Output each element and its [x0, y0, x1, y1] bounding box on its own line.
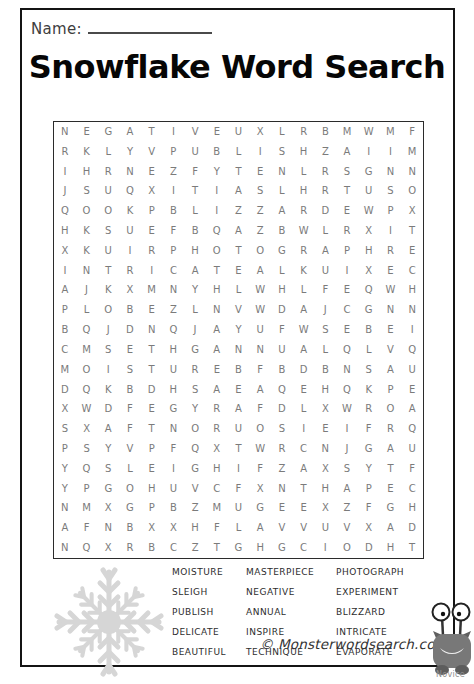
grid-cell[interactable]: M [336, 122, 358, 142]
grid-cell[interactable]: L [271, 181, 293, 201]
grid-cell[interactable]: E [141, 399, 163, 419]
grid-cell[interactable]: Z [249, 201, 271, 221]
grid-cell[interactable]: S [271, 419, 293, 439]
grid-cell[interactable]: D [401, 518, 423, 538]
grid-cell[interactable]: R [293, 241, 315, 261]
grid-cell[interactable]: J [336, 439, 358, 459]
grid-cell[interactable]: N [401, 300, 423, 320]
grid-cell[interactable]: Z [314, 142, 336, 162]
grid-cell[interactable]: Q [336, 340, 358, 360]
grid-cell[interactable]: H [293, 142, 315, 162]
grid-cell[interactable]: I [119, 241, 141, 261]
grid-cell[interactable]: U [314, 518, 336, 538]
grid-cell[interactable]: N [314, 439, 336, 459]
grid-cell[interactable]: O [97, 201, 119, 221]
grid-cell[interactable]: Z [184, 538, 206, 558]
grid-cell[interactable]: Q [163, 320, 185, 340]
grid-cell[interactable]: F [271, 320, 293, 340]
grid-cell[interactable]: G [271, 538, 293, 558]
grid-cell[interactable]: F [119, 419, 141, 439]
grid-cell[interactable]: E [141, 459, 163, 479]
grid-cell[interactable]: E [76, 122, 98, 142]
grid-cell[interactable]: O [401, 181, 423, 201]
grid-cell[interactable]: D [141, 380, 163, 400]
grid-cell[interactable]: A [119, 122, 141, 142]
grid-cell[interactable]: E [380, 479, 402, 499]
grid-cell[interactable]: I [249, 142, 271, 162]
grid-cell[interactable]: F [163, 221, 185, 241]
grid-cell[interactable]: H [206, 459, 228, 479]
grid-cell[interactable]: Q [206, 221, 228, 241]
grid-cell[interactable]: Q [271, 380, 293, 400]
grid-cell[interactable]: W [293, 221, 315, 241]
grid-cell[interactable]: N [141, 320, 163, 340]
grid-cell[interactable]: W [380, 281, 402, 301]
grid-cell[interactable]: G [358, 162, 380, 182]
grid-cell[interactable]: E [206, 122, 228, 142]
grid-cell[interactable]: R [358, 399, 380, 419]
grid-cell[interactable]: F [119, 399, 141, 419]
grid-cell[interactable]: Y [358, 459, 380, 479]
grid-cell[interactable]: E [336, 320, 358, 340]
grid-cell[interactable]: Q [401, 419, 423, 439]
grid-cell[interactable]: E [119, 340, 141, 360]
grid-cell[interactable]: J [54, 181, 76, 201]
grid-cell[interactable]: K [76, 241, 98, 261]
grid-cell[interactable]: T [141, 340, 163, 360]
grid-cell[interactable]: W [76, 399, 98, 419]
grid-cell[interactable]: T [228, 439, 250, 459]
grid-cell[interactable]: I [336, 419, 358, 439]
grid-cell[interactable]: C [401, 479, 423, 499]
grid-cell[interactable]: Z [184, 499, 206, 519]
grid-cell[interactable]: H [249, 538, 271, 558]
grid-cell[interactable]: R [293, 122, 315, 142]
grid-cell[interactable]: P [380, 380, 402, 400]
grid-cell[interactable]: G [271, 241, 293, 261]
grid-cell[interactable]: I [54, 162, 76, 182]
grid-cell[interactable]: L [293, 281, 315, 301]
grid-cell[interactable]: O [97, 300, 119, 320]
grid-cell[interactable]: Z [163, 162, 185, 182]
grid-cell[interactable]: H [271, 281, 293, 301]
grid-cell[interactable]: M [206, 499, 228, 519]
grid-cell[interactable]: C [293, 538, 315, 558]
grid-cell[interactable]: L [358, 340, 380, 360]
grid-cell[interactable]: D [293, 360, 315, 380]
grid-cell[interactable]: Q [358, 281, 380, 301]
grid-cell[interactable]: H [401, 281, 423, 301]
grid-cell[interactable]: V [119, 439, 141, 459]
grid-cell[interactable]: D [314, 201, 336, 221]
grid-cell[interactable]: G [358, 300, 380, 320]
grid-cell[interactable]: X [314, 499, 336, 519]
grid-cell[interactable]: Z [163, 300, 185, 320]
grid-cell[interactable]: L [184, 300, 206, 320]
grid-cell[interactable]: N [163, 419, 185, 439]
grid-cell[interactable]: I [293, 419, 315, 439]
grid-cell[interactable]: F [206, 518, 228, 538]
grid-cell[interactable]: I [97, 360, 119, 380]
grid-cell[interactable]: P [54, 300, 76, 320]
grid-cell[interactable]: E [314, 419, 336, 439]
grid-cell[interactable]: Z [228, 201, 250, 221]
grid-cell[interactable]: M [380, 122, 402, 142]
grid-cell[interactable]: N [336, 360, 358, 380]
grid-cell[interactable]: R [206, 419, 228, 439]
grid-cell[interactable]: I [163, 181, 185, 201]
grid-cell[interactable]: I [336, 261, 358, 281]
grid-cell[interactable]: V [141, 142, 163, 162]
grid-cell[interactable]: H [358, 241, 380, 261]
grid-cell[interactable]: E [141, 221, 163, 241]
grid-cell[interactable]: H [293, 181, 315, 201]
grid-cell[interactable]: A [249, 380, 271, 400]
grid-cell[interactable]: E [271, 499, 293, 519]
grid-cell[interactable]: T [401, 221, 423, 241]
grid-cell[interactable]: O [336, 538, 358, 558]
grid-cell[interactable]: G [249, 499, 271, 519]
grid-cell[interactable]: D [54, 380, 76, 400]
grid-cell[interactable]: V [293, 518, 315, 538]
grid-cell[interactable]: A [293, 300, 315, 320]
grid-cell[interactable]: L [228, 142, 250, 162]
grid-cell[interactable]: Y [54, 479, 76, 499]
grid-cell[interactable]: R [314, 181, 336, 201]
grid-cell[interactable]: C [293, 439, 315, 459]
grid-cell[interactable]: R [141, 241, 163, 261]
grid-cell[interactable]: R [97, 162, 119, 182]
grid-cell[interactable]: U [97, 181, 119, 201]
grid-cell[interactable]: P [163, 241, 185, 261]
grid-cell[interactable]: B [184, 221, 206, 241]
grid-cell[interactable]: X [358, 518, 380, 538]
grid-cell[interactable]: R [119, 261, 141, 281]
grid-cell[interactable]: N [271, 479, 293, 499]
grid-cell[interactable]: A [271, 201, 293, 221]
grid-cell[interactable]: M [76, 340, 98, 360]
grid-cell[interactable]: B [206, 142, 228, 162]
grid-cell[interactable]: A [380, 518, 402, 538]
grid-cell[interactable]: Q [401, 340, 423, 360]
grid-cell[interactable]: W [249, 439, 271, 459]
grid-cell[interactable]: P [380, 201, 402, 221]
grid-cell[interactable]: G [97, 122, 119, 142]
grid-cell[interactable]: O [184, 419, 206, 439]
grid-cell[interactable]: E [206, 360, 228, 380]
grid-cell[interactable]: F [228, 479, 250, 499]
grid-cell[interactable]: O [249, 419, 271, 439]
grid-cell[interactable]: T [184, 181, 206, 201]
grid-cell[interactable]: I [206, 201, 228, 221]
grid-cell[interactable]: C [401, 261, 423, 281]
grid-cell[interactable]: R [314, 162, 336, 182]
grid-cell[interactable]: N [380, 300, 402, 320]
grid-cell[interactable]: B [119, 300, 141, 320]
grid-cell[interactable]: U [228, 419, 250, 439]
grid-cell[interactable]: D [271, 399, 293, 419]
grid-cell[interactable]: H [141, 479, 163, 499]
grid-cell[interactable]: A [314, 241, 336, 261]
grid-cell[interactable]: L [97, 142, 119, 162]
grid-cell[interactable]: N [54, 122, 76, 142]
grid-cell[interactable]: E [293, 499, 315, 519]
grid-cell[interactable]: H [76, 162, 98, 182]
grid-cell[interactable]: E [228, 380, 250, 400]
grid-cell[interactable]: I [206, 181, 228, 201]
grid-cell[interactable]: O [249, 241, 271, 261]
grid-cell[interactable]: C [163, 261, 185, 281]
grid-cell[interactable]: T [206, 261, 228, 281]
grid-cell[interactable]: T [228, 241, 250, 261]
grid-cell[interactable]: X [249, 479, 271, 499]
grid-cell[interactable]: S [271, 142, 293, 162]
grid-cell[interactable]: T [401, 538, 423, 558]
grid-cell[interactable]: N [54, 538, 76, 558]
grid-cell[interactable]: L [76, 300, 98, 320]
grid-cell[interactable]: B [358, 320, 380, 340]
grid-cell[interactable]: T [336, 181, 358, 201]
grid-cell[interactable]: Q [76, 320, 98, 340]
grid-cell[interactable]: A [336, 479, 358, 499]
grid-cell[interactable]: N [76, 261, 98, 281]
grid-cell[interactable]: X [358, 221, 380, 241]
grid-cell[interactable]: X [358, 261, 380, 281]
grid-cell[interactable]: Q [184, 439, 206, 459]
grid-cell[interactable]: A [380, 439, 402, 459]
grid-cell[interactable]: O [206, 241, 228, 261]
grid-cell[interactable]: U [163, 360, 185, 380]
grid-cell[interactable]: H [163, 340, 185, 360]
grid-cell[interactable]: P [54, 439, 76, 459]
grid-cell[interactable]: R [293, 201, 315, 221]
grid-cell[interactable]: S [97, 221, 119, 241]
grid-cell[interactable]: H [184, 241, 206, 261]
grid-cell[interactable]: A [401, 399, 423, 419]
grid-cell[interactable]: F [249, 459, 271, 479]
grid-cell[interactable]: B [314, 122, 336, 142]
grid-cell[interactable]: G [228, 538, 250, 558]
grid-cell[interactable]: S [358, 360, 380, 380]
grid-cell[interactable]: E [401, 380, 423, 400]
grid-cell[interactable]: P [336, 241, 358, 261]
grid-cell[interactable]: X [76, 419, 98, 439]
grid-cell[interactable]: F [401, 122, 423, 142]
grid-cell[interactable]: E [336, 201, 358, 221]
grid-cell[interactable]: O [76, 360, 98, 380]
grid-cell[interactable]: I [54, 261, 76, 281]
grid-cell[interactable]: A [206, 320, 228, 340]
grid-cell[interactable]: U [119, 221, 141, 241]
grid-cell[interactable]: C [206, 479, 228, 499]
grid-cell[interactable]: K [97, 380, 119, 400]
grid-cell[interactable]: S [97, 459, 119, 479]
grid-cell[interactable]: D [271, 300, 293, 320]
grid-cell[interactable]: U [228, 122, 250, 142]
grid-cell[interactable]: U [314, 261, 336, 281]
grid-cell[interactable]: Z [336, 499, 358, 519]
grid-cell[interactable]: F [249, 399, 271, 419]
grid-cell[interactable]: X [97, 499, 119, 519]
grid-cell[interactable]: Y [206, 162, 228, 182]
grid-cell[interactable]: U [249, 320, 271, 340]
grid-cell[interactable]: T [141, 122, 163, 142]
grid-cell[interactable]: P [141, 499, 163, 519]
grid-cell[interactable]: J [76, 281, 98, 301]
grid-cell[interactable]: M [54, 360, 76, 380]
grid-cell[interactable]: L [314, 221, 336, 241]
grid-cell[interactable]: N [119, 162, 141, 182]
grid-cell[interactable]: A [380, 360, 402, 380]
grid-cell[interactable]: H [54, 221, 76, 241]
grid-cell[interactable]: P [358, 479, 380, 499]
grid-cell[interactable]: Q [54, 201, 76, 221]
grid-cell[interactable]: L [184, 201, 206, 221]
grid-cell[interactable]: T [206, 538, 228, 558]
grid-cell[interactable]: I [380, 221, 402, 241]
grid-cell[interactable]: A [206, 340, 228, 360]
grid-cell[interactable]: U [401, 360, 423, 380]
grid-cell[interactable]: N [380, 162, 402, 182]
grid-cell[interactable]: H [380, 538, 402, 558]
grid-cell[interactable]: F [358, 499, 380, 519]
grid-cell[interactable]: C [163, 538, 185, 558]
grid-cell[interactable]: W [293, 320, 315, 340]
grid-cell[interactable]: R [119, 538, 141, 558]
grid-cell[interactable]: R [206, 399, 228, 419]
grid-cell[interactable]: F [358, 419, 380, 439]
grid-cell[interactable]: Q [76, 380, 98, 400]
grid-cell[interactable]: V [271, 518, 293, 538]
grid-cell[interactable]: R [184, 360, 206, 380]
grid-cell[interactable]: H [184, 518, 206, 538]
grid-cell[interactable]: E [249, 162, 271, 182]
grid-cell[interactable]: M [401, 142, 423, 162]
grid-cell[interactable]: O [119, 479, 141, 499]
grid-cell[interactable]: F [184, 162, 206, 182]
grid-cell[interactable]: W [249, 281, 271, 301]
grid-cell[interactable]: Z [249, 221, 271, 241]
grid-cell[interactable]: A [336, 142, 358, 162]
grid-cell[interactable]: H [401, 499, 423, 519]
grid-cell[interactable]: I [228, 459, 250, 479]
grid-cell[interactable]: P [141, 439, 163, 459]
grid-cell[interactable]: R [336, 221, 358, 241]
grid-cell[interactable]: K [76, 221, 98, 241]
grid-cell[interactable]: Q [76, 538, 98, 558]
grid-cell[interactable]: P [163, 142, 185, 162]
grid-cell[interactable]: S [336, 459, 358, 479]
grid-cell[interactable]: W [336, 399, 358, 419]
grid-cell[interactable]: U [358, 181, 380, 201]
grid-cell[interactable]: X [119, 281, 141, 301]
grid-cell[interactable]: B [228, 360, 250, 380]
grid-cell[interactable]: X [54, 241, 76, 261]
grid-cell[interactable]: U [163, 479, 185, 499]
grid-cell[interactable]: D [97, 399, 119, 419]
grid-cell[interactable]: X [163, 518, 185, 538]
grid-cell[interactable]: K [97, 281, 119, 301]
grid-cell[interactable]: K [293, 261, 315, 281]
grid-cell[interactable]: H [163, 380, 185, 400]
grid-cell[interactable]: D [358, 538, 380, 558]
grid-cell[interactable]: E [336, 281, 358, 301]
grid-cell[interactable]: I [163, 122, 185, 142]
grid-cell[interactable]: T [141, 360, 163, 380]
grid-cell[interactable]: P [141, 201, 163, 221]
grid-cell[interactable]: O [380, 399, 402, 419]
grid-cell[interactable]: G [97, 479, 119, 499]
grid-cell[interactable]: L [314, 340, 336, 360]
grid-cell[interactable]: I [380, 142, 402, 162]
grid-cell[interactable]: T [97, 261, 119, 281]
grid-cell[interactable]: E [141, 300, 163, 320]
grid-cell[interactable]: E [401, 241, 423, 261]
grid-cell[interactable]: A [54, 281, 76, 301]
grid-cell[interactable]: R [271, 439, 293, 459]
grid-cell[interactable]: A [249, 518, 271, 538]
grid-cell[interactable]: U [271, 340, 293, 360]
grid-cell[interactable]: Y [54, 459, 76, 479]
grid-cell[interactable]: G [358, 439, 380, 459]
grid-cell[interactable]: B [163, 201, 185, 221]
grid-cell[interactable]: E [293, 380, 315, 400]
grid-cell[interactable]: Q [336, 380, 358, 400]
grid-cell[interactable]: X [97, 538, 119, 558]
grid-cell[interactable]: N [206, 300, 228, 320]
grid-cell[interactable]: G [184, 340, 206, 360]
grid-cell[interactable]: U [184, 142, 206, 162]
grid-cell[interactable]: G [163, 399, 185, 419]
grid-cell[interactable]: T [228, 162, 250, 182]
grid-cell[interactable]: F [163, 439, 185, 459]
grid-cell[interactable]: Z [271, 459, 293, 479]
grid-cell[interactable]: S [314, 320, 336, 340]
grid-cell[interactable]: A [206, 380, 228, 400]
grid-cell[interactable]: X [206, 439, 228, 459]
grid-cell[interactable]: O [76, 201, 98, 221]
grid-cell[interactable]: V [336, 518, 358, 538]
grid-cell[interactable]: F [401, 459, 423, 479]
grid-cell[interactable]: S [97, 340, 119, 360]
grid-cell[interactable]: V [184, 479, 206, 499]
grid-cell[interactable]: E [380, 261, 402, 281]
grid-cell[interactable]: Q [119, 181, 141, 201]
grid-cell[interactable]: H [314, 380, 336, 400]
grid-cell[interactable]: L [271, 261, 293, 281]
grid-cell[interactable]: E [380, 320, 402, 340]
grid-cell[interactable]: R [380, 241, 402, 261]
grid-cell[interactable]: V [380, 340, 402, 360]
grid-cell[interactable]: A [54, 518, 76, 538]
grid-cell[interactable]: H [206, 281, 228, 301]
grid-cell[interactable]: J [184, 320, 206, 340]
grid-cell[interactable]: I [314, 538, 336, 558]
grid-cell[interactable]: A [184, 261, 206, 281]
grid-cell[interactable]: E [228, 261, 250, 281]
grid-cell[interactable]: T [293, 479, 315, 499]
grid-cell[interactable]: M [76, 499, 98, 519]
grid-cell[interactable]: C [54, 340, 76, 360]
grid-cell[interactable]: K [358, 380, 380, 400]
grid-cell[interactable]: T [380, 459, 402, 479]
grid-cell[interactable]: B [163, 499, 185, 519]
grid-cell[interactable]: A [293, 459, 315, 479]
grid-cell[interactable]: W [358, 122, 380, 142]
grid-cell[interactable]: S [380, 181, 402, 201]
grid-cell[interactable]: X [314, 459, 336, 479]
grid-cell[interactable]: K [119, 201, 141, 221]
